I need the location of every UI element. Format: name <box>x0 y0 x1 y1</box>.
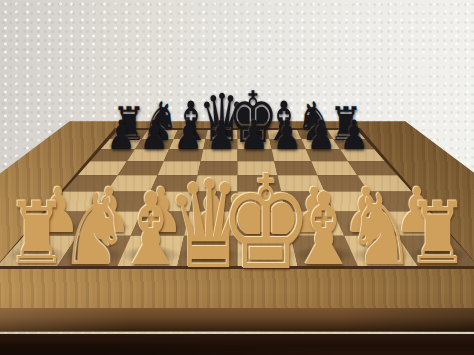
chess-board: ♜♞♝♛♚♝♞♜♟♟♟♟♟♟♟♟♟♟♟♟♟♟♟♟♜♞♝♛♚♝♞♜ <box>0 0 474 355</box>
board-front-edge <box>0 308 474 332</box>
black-pawn[interactable]: ♟ <box>106 115 135 156</box>
table <box>0 334 474 355</box>
black-pawn[interactable]: ♟ <box>339 115 368 156</box>
white-knight[interactable]: ♞ <box>346 181 416 279</box>
black-pawn[interactable]: ♟ <box>140 115 169 156</box>
white-rook[interactable]: ♜ <box>408 190 470 276</box>
black-pawn[interactable]: ♟ <box>173 115 202 156</box>
chess-photo-scene: ♜♞♝♛♚♝♞♜♟♟♟♟♟♟♟♟♟♟♟♟♟♟♟♟♜♞♝♛♚♝♞♜ <box>0 0 474 355</box>
